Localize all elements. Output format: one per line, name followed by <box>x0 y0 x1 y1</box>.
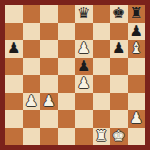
piece-white-pawn-b3[interactable]: ♟ <box>25 93 38 108</box>
square-d1[interactable] <box>58 128 76 146</box>
square-a3[interactable] <box>5 93 23 111</box>
square-g7[interactable] <box>110 23 128 41</box>
square-e4[interactable]: ♟ <box>75 75 93 93</box>
piece-black-pawn-h7[interactable]: ♟ <box>130 23 143 38</box>
chess-board: ♛♚♜♟♟♟♟♝♟♟♟♟♟♜♚ <box>5 5 145 145</box>
square-f5[interactable] <box>93 58 111 76</box>
piece-white-pawn-e4[interactable]: ♟ <box>77 76 90 91</box>
square-f2[interactable] <box>93 110 111 128</box>
piece-white-bishop-h6[interactable]: ♝ <box>130 41 143 56</box>
square-e8[interactable]: ♛ <box>75 5 93 23</box>
square-a5[interactable] <box>5 58 23 76</box>
square-g1[interactable]: ♚ <box>110 128 128 146</box>
square-a2[interactable] <box>5 110 23 128</box>
square-b8[interactable] <box>23 5 41 23</box>
square-d8[interactable] <box>58 5 76 23</box>
square-b1[interactable] <box>23 128 41 146</box>
square-g8[interactable]: ♚ <box>110 5 128 23</box>
piece-white-pawn-h2[interactable]: ♟ <box>130 111 143 126</box>
piece-black-king-g8[interactable]: ♚ <box>112 6 125 21</box>
square-c2[interactable] <box>40 110 58 128</box>
square-b4[interactable] <box>23 75 41 93</box>
square-f6[interactable] <box>93 40 111 58</box>
piece-black-queen-e8[interactable]: ♛ <box>77 6 90 21</box>
square-a8[interactable] <box>5 5 23 23</box>
piece-white-pawn-c3[interactable]: ♟ <box>42 93 55 108</box>
square-e5[interactable]: ♟ <box>75 58 93 76</box>
square-d7[interactable] <box>58 23 76 41</box>
square-c1[interactable] <box>40 128 58 146</box>
square-b7[interactable] <box>23 23 41 41</box>
square-d6[interactable] <box>58 40 76 58</box>
square-d2[interactable] <box>58 110 76 128</box>
square-b5[interactable] <box>23 58 41 76</box>
square-d4[interactable] <box>58 75 76 93</box>
square-h5[interactable] <box>128 58 146 76</box>
square-c8[interactable] <box>40 5 58 23</box>
square-g6[interactable]: ♟ <box>110 40 128 58</box>
square-e6[interactable]: ♟ <box>75 40 93 58</box>
square-b3[interactable]: ♟ <box>23 93 41 111</box>
square-e7[interactable] <box>75 23 93 41</box>
square-d5[interactable] <box>58 58 76 76</box>
square-d3[interactable] <box>58 93 76 111</box>
square-h7[interactable]: ♟ <box>128 23 146 41</box>
square-a4[interactable] <box>5 75 23 93</box>
square-b6[interactable] <box>23 40 41 58</box>
square-f7[interactable] <box>93 23 111 41</box>
square-h1[interactable] <box>128 128 146 146</box>
square-g2[interactable] <box>110 110 128 128</box>
square-a1[interactable] <box>5 128 23 146</box>
piece-black-pawn-g6[interactable]: ♟ <box>112 41 125 56</box>
square-c4[interactable] <box>40 75 58 93</box>
square-h4[interactable] <box>128 75 146 93</box>
piece-black-pawn-e5[interactable]: ♟ <box>77 58 90 73</box>
square-h8[interactable]: ♜ <box>128 5 146 23</box>
square-c7[interactable] <box>40 23 58 41</box>
piece-black-pawn-a6[interactable]: ♟ <box>7 41 20 56</box>
piece-white-king-g1[interactable]: ♚ <box>112 128 125 143</box>
square-e1[interactable] <box>75 128 93 146</box>
square-e3[interactable] <box>75 93 93 111</box>
square-f1[interactable]: ♜ <box>93 128 111 146</box>
square-c5[interactable] <box>40 58 58 76</box>
square-h3[interactable] <box>128 93 146 111</box>
square-g4[interactable] <box>110 75 128 93</box>
square-b2[interactable] <box>23 110 41 128</box>
square-g5[interactable] <box>110 58 128 76</box>
piece-black-rook-h8[interactable]: ♜ <box>130 6 143 21</box>
square-g3[interactable] <box>110 93 128 111</box>
chess-board-frame: ♛♚♜♟♟♟♟♝♟♟♟♟♟♜♚ <box>0 0 150 150</box>
square-e2[interactable] <box>75 110 93 128</box>
square-h6[interactable]: ♝ <box>128 40 146 58</box>
piece-white-rook-f1[interactable]: ♜ <box>95 128 108 143</box>
square-f3[interactable] <box>93 93 111 111</box>
square-f8[interactable] <box>93 5 111 23</box>
square-c3[interactable]: ♟ <box>40 93 58 111</box>
square-c6[interactable] <box>40 40 58 58</box>
square-a6[interactable]: ♟ <box>5 40 23 58</box>
square-f4[interactable] <box>93 75 111 93</box>
square-a7[interactable] <box>5 23 23 41</box>
square-h2[interactable]: ♟ <box>128 110 146 128</box>
piece-white-pawn-e6[interactable]: ♟ <box>77 41 90 56</box>
